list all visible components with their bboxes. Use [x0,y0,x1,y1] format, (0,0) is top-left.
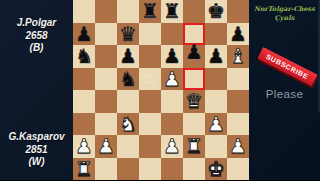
square-a4[interactable] [73,90,95,113]
square-a8[interactable] [73,0,95,23]
black-knight-a6: ♞ [73,45,95,68]
square-d6[interactable] [139,45,161,68]
square-g4[interactable] [205,90,227,113]
channel-name: NorTolgar-Chess Çynls [249,5,320,22]
white-king-g1: ♚ [205,158,227,181]
channel-name-line2: Çynls [249,14,320,23]
black-knight-c5: ♞ [117,68,139,91]
white-side-label: (W) [0,156,73,169]
square-b3[interactable] [95,113,117,136]
square-e7[interactable] [161,23,183,46]
white-knight-c3: ♞ [117,113,139,136]
black-side-label: (B) [0,42,73,55]
square-e1[interactable] [161,158,183,181]
black-king-g8: ♚ [205,0,227,23]
square-a5[interactable] [73,68,95,91]
black-pawn-h7: ♟ [227,23,249,46]
white-rook-a1: ♜ [73,158,95,181]
black-pawn-e6: ♟ [161,45,183,68]
black-rook-e8: ♜ [161,0,183,23]
square-b1[interactable] [95,158,117,181]
square-b7[interactable] [95,23,117,46]
square-f5[interactable] [183,68,205,91]
square-b6[interactable] [95,45,117,68]
subscribe-banner[interactable]: SUBSCRIBE [257,47,317,86]
square-g5[interactable] [205,68,227,91]
black-player-info: J.Polgar 2658 (B) [0,17,73,55]
square-d2[interactable] [139,135,161,158]
white-player-info: G.Kasparov 2851 (W) [0,131,73,169]
black-pawn-c6: ♟ [117,45,139,68]
square-d5[interactable] [139,68,161,91]
square-b5[interactable] [95,68,117,91]
black-pawn-f6: ♟ [183,41,205,64]
square-c1[interactable] [117,158,139,181]
white-pawn-e5: ♟ [161,68,183,91]
black-queen-c7: ♛ [117,23,139,46]
square-f3[interactable] [183,113,205,136]
chess-board[interactable]: ♜♜♚♟♛♟♞♟♟♟♟♝♞♟♛♞♟♟♟♟♜♟♜♚ [73,0,249,180]
white-pawn-e2: ♟ [161,135,183,158]
white-rook-f2: ♜ [183,135,205,158]
black-player-name: J.Polgar [0,17,73,30]
square-c4[interactable] [117,90,139,113]
square-d4[interactable] [139,90,161,113]
square-c2[interactable] [117,135,139,158]
square-h5[interactable] [227,68,249,91]
please-label: Please [249,88,320,100]
square-a3[interactable] [73,113,95,136]
black-pawn-a7: ♟ [73,23,95,46]
black-pawn-g6: ♟ [205,45,227,68]
white-player-rating: 2851 [0,144,73,157]
channel-name-line1: NorTolgar-Chess [249,5,320,14]
black-player-rating: 2658 [0,30,73,43]
video-frame: J.Polgar 2658 (B) G.Kasparov 2851 (W) ♜♜… [0,0,320,180]
square-g7[interactable] [205,23,227,46]
square-f1[interactable] [183,158,205,181]
square-e4[interactable] [161,90,183,113]
square-h1[interactable] [227,158,249,181]
square-c8[interactable] [117,0,139,23]
white-pawn-h2: ♟ [227,135,249,158]
white-pawn-g3: ♟ [205,113,227,136]
square-e3[interactable] [161,113,183,136]
square-g2[interactable] [205,135,227,158]
left-panel: J.Polgar 2658 (B) G.Kasparov 2851 (W) [0,0,73,180]
right-panel: NorTolgar-Chess Çynls SUBSCRIBE Please [249,0,320,180]
white-bishop-h6: ♝ [227,45,249,68]
board-watermark [139,68,161,91]
square-d7[interactable] [139,23,161,46]
square-d1[interactable] [139,158,161,181]
white-pawn-a2: ♟ [73,135,95,158]
square-b4[interactable] [95,90,117,113]
black-rook-d8: ♜ [139,0,161,23]
square-h3[interactable] [227,113,249,136]
square-h8[interactable] [227,0,249,23]
white-pawn-b2: ♟ [95,135,117,158]
square-h4[interactable] [227,90,249,113]
square-b8[interactable] [95,0,117,23]
white-player-name: G.Kasparov [0,131,73,144]
square-d3[interactable] [139,113,161,136]
white-queen-f4: ♛ [183,90,205,113]
square-f8[interactable] [183,0,205,23]
